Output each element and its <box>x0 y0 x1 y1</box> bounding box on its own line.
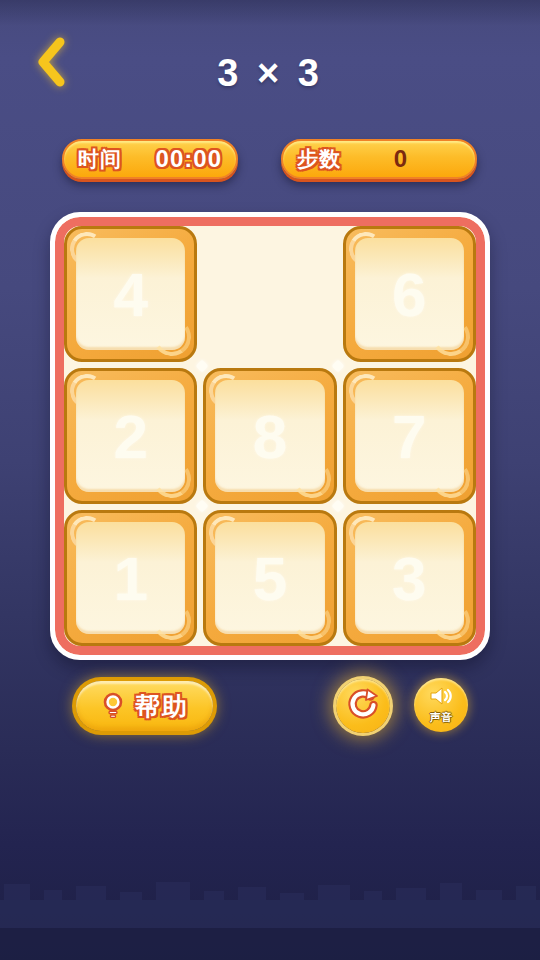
gap-sparkle <box>332 500 345 513</box>
gap-sparkle <box>195 500 208 513</box>
board-grid: 46287153 <box>64 226 476 646</box>
tile-3[interactable]: 3 <box>343 510 476 646</box>
time-display: 时间 00:00 <box>62 139 238 179</box>
skyline-decoration <box>0 872 540 960</box>
tile-face: 3 <box>355 522 464 634</box>
tile-number: 7 <box>392 401 426 472</box>
tile-face: 4 <box>76 238 185 350</box>
tile-7[interactable]: 7 <box>343 368 476 504</box>
tile-number: 1 <box>113 543 147 614</box>
gap-sparkle <box>332 359 345 372</box>
tile-number: 5 <box>253 543 287 614</box>
empty-cell <box>203 226 336 362</box>
tile-face: 8 <box>215 380 324 492</box>
tile-face: 6 <box>355 238 464 350</box>
status-bar-shade <box>0 0 540 26</box>
tile-number: 8 <box>253 401 287 472</box>
lightbulb-icon <box>100 691 126 722</box>
tile-face: 1 <box>76 522 185 634</box>
tile-number: 2 <box>113 401 147 472</box>
help-label: 帮助 <box>135 690 189 723</box>
skyline-base <box>0 928 540 960</box>
puzzle-board: 46287153 <box>50 212 490 660</box>
speaker-icon <box>429 686 453 709</box>
restart-button[interactable] <box>336 679 390 733</box>
tile-face: 7 <box>355 380 464 492</box>
tile-number: 3 <box>392 543 426 614</box>
time-value: 00:00 <box>156 145 222 173</box>
tile-8[interactable]: 8 <box>203 368 336 504</box>
tile-number: 4 <box>113 259 147 330</box>
skyline-buildings <box>0 872 540 900</box>
tile-2[interactable]: 2 <box>64 368 197 504</box>
tile-number: 6 <box>392 259 426 330</box>
skyline-band <box>0 900 540 928</box>
time-label: 时间 <box>78 145 122 173</box>
tile-1[interactable]: 1 <box>64 510 197 646</box>
help-button[interactable]: 帮助 <box>76 681 213 731</box>
sound-label: 声音 <box>430 710 452 725</box>
restart-icon <box>346 688 380 725</box>
steps-value: 0 <box>341 145 461 173</box>
sound-button[interactable]: 声音 <box>414 678 468 732</box>
game-screen: 3 × 3 时间 00:00 步数 0 46287153 帮助 <box>0 0 540 960</box>
steps-display: 步数 0 <box>281 139 477 179</box>
tile-4[interactable]: 4 <box>64 226 197 362</box>
page-title: 3 × 3 <box>0 52 540 95</box>
gap-sparkle <box>195 359 208 372</box>
tile-6[interactable]: 6 <box>343 226 476 362</box>
tile-face: 2 <box>76 380 185 492</box>
tile-face: 5 <box>215 522 324 634</box>
steps-label: 步数 <box>297 145 341 173</box>
tile-5[interactable]: 5 <box>203 510 336 646</box>
